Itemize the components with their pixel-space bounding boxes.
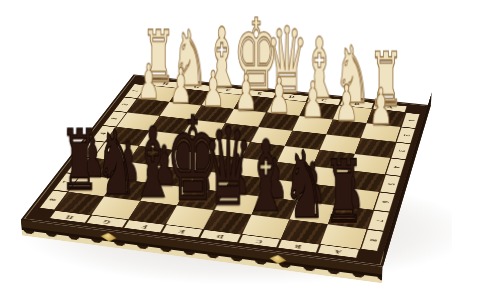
white-pawn-a2[interactable]: ♟ xyxy=(359,82,402,132)
coordinate-label: G xyxy=(102,219,111,224)
coordinate-label: F xyxy=(141,224,149,229)
black-rook-a8[interactable]: ♜ xyxy=(319,150,369,237)
right-rank-label-3: 3 xyxy=(390,142,411,160)
coordinate-label: 7 xyxy=(374,219,383,222)
coordinate-label: A xyxy=(334,249,342,254)
coordinate-label: 4 xyxy=(391,166,400,169)
coordinate-label: 2 xyxy=(121,104,129,106)
coordinate-label: 1 xyxy=(407,119,415,121)
coordinate-label: H xyxy=(65,214,74,219)
coordinate-label: 8 xyxy=(368,239,378,242)
coordinate-label: C xyxy=(321,99,328,103)
coordinate-label: A xyxy=(387,106,393,110)
coordinate-label: E xyxy=(178,229,186,234)
coordinate-label: 2 xyxy=(402,134,410,137)
coordinate-label: 5 xyxy=(386,183,395,186)
coordinate-label: C xyxy=(255,238,263,243)
frame-corner xyxy=(357,249,378,261)
board: HGFEDCBA1122334455667788HGFEDCBA♜♞♝♛♚♝♞♜… xyxy=(21,74,431,266)
coordinate-label: 6 xyxy=(380,200,389,203)
scene: HGFEDCBA1122334455667788HGFEDCBA♜♞♝♛♚♝♞♜… xyxy=(0,0,480,296)
coordinate-label: B xyxy=(295,243,303,248)
coordinate-label: D xyxy=(216,233,224,238)
chess-set-photo: HGFEDCBA1122334455667788HGFEDCBA♜♞♝♛♚♝♞♜… xyxy=(0,0,480,296)
coordinate-label: 3 xyxy=(397,150,405,153)
